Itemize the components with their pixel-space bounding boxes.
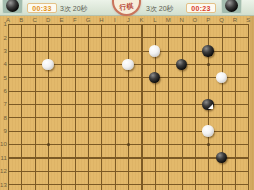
stone-white-Q5 xyxy=(216,72,227,83)
column-label-N: N xyxy=(179,17,183,23)
black-stone-icon xyxy=(6,0,19,12)
row-label-11: 11 xyxy=(0,155,7,161)
row-label-4: 4 xyxy=(0,61,7,67)
left-player-main-time: 00:33 xyxy=(27,3,57,13)
stone-black-N4 xyxy=(176,59,187,70)
board-stone-grid[interactable] xyxy=(1,18,254,190)
row-label-8: 8 xyxy=(0,115,7,121)
column-label-J: J xyxy=(127,17,130,23)
star-point-J10 xyxy=(127,143,130,146)
column-label-H: H xyxy=(99,17,103,23)
row-label-7: 7 xyxy=(0,101,7,107)
column-label-D: D xyxy=(46,17,50,23)
stone-white-P9 xyxy=(202,125,213,136)
column-label-F: F xyxy=(73,17,77,23)
column-label-G: G xyxy=(86,17,91,23)
row-label-13: 13 xyxy=(0,182,7,188)
column-label-C: C xyxy=(33,17,37,23)
column-label-R: R xyxy=(233,17,237,23)
right-player-byoyomi: 3次 20秒 xyxy=(146,4,174,14)
column-label-K: K xyxy=(139,17,143,23)
row-label-6: 6 xyxy=(0,88,7,94)
stone-black-P3 xyxy=(202,45,213,56)
row-label-12: 12 xyxy=(0,168,7,174)
column-label-E: E xyxy=(59,17,63,23)
row-label-5: 5 xyxy=(0,75,7,81)
column-label-Q: Q xyxy=(219,17,224,23)
column-label-S: S xyxy=(246,17,250,23)
row-label-9: 9 xyxy=(0,128,7,134)
row-label-3: 3 xyxy=(0,48,7,54)
column-label-L: L xyxy=(153,17,156,23)
column-label-I: I xyxy=(114,17,116,23)
stone-white-L3 xyxy=(149,45,160,56)
star-point-P10 xyxy=(207,143,210,146)
column-label-P: P xyxy=(206,17,210,23)
black-stone-icon xyxy=(225,0,238,12)
last-move-marker xyxy=(208,104,213,109)
stone-white-D4 xyxy=(42,59,53,70)
move-seal-label: 行棋 xyxy=(113,0,139,13)
star-point-D10 xyxy=(47,143,50,146)
stone-black-L5 xyxy=(149,72,160,83)
left-player-avatar xyxy=(2,0,23,14)
move-seal: 行棋 xyxy=(112,0,141,16)
left-player-byoyomi: 3次 20秒 xyxy=(60,4,88,14)
row-label-2: 2 xyxy=(0,35,7,41)
stone-black-Q11 xyxy=(216,152,227,163)
column-label-M: M xyxy=(166,17,171,23)
column-label-O: O xyxy=(193,17,198,23)
right-player-avatar xyxy=(221,0,242,14)
column-label-B: B xyxy=(19,17,23,23)
top-status-bar: 00:33 3次 20秒 行棋 3次 20秒 00:23 xyxy=(0,0,254,16)
row-label-10: 10 xyxy=(0,141,7,147)
stone-black-P7 xyxy=(202,99,213,110)
go-game-screen: 00:33 3次 20秒 行棋 3次 20秒 00:23 ABCDEFGHIJK… xyxy=(0,0,254,190)
row-label-1: 1 xyxy=(0,21,7,27)
go-board[interactable]: ABCDEFGHIJKLMNOPQRS12345678910111213 xyxy=(0,16,254,190)
stone-white-J4 xyxy=(122,59,133,70)
right-player-main-time: 00:23 xyxy=(186,3,216,13)
star-point-P4 xyxy=(207,63,210,66)
